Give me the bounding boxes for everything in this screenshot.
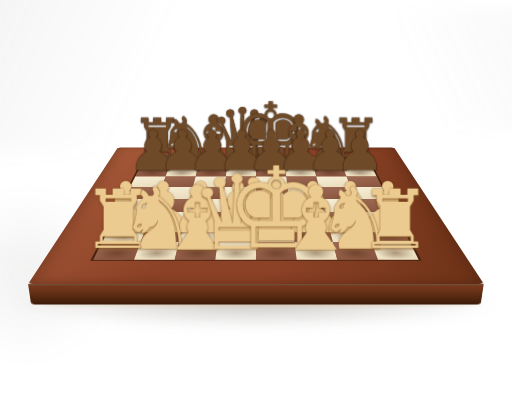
- chess-set-photo: ♜♞♝♛♚♝♞♜♟♟♟♟♟♟♟♟♟♟♟♟♟♟♟♟♜♞♝♛♚♝♞♜: [0, 0, 512, 414]
- square-h1[interactable]: ♜: [371, 242, 418, 260]
- board-front-edge: [28, 284, 484, 305]
- chess-board: ♜♞♝♛♚♝♞♜♟♟♟♟♟♟♟♟♟♟♟♟♟♟♟♟♜♞♝♛♚♝♞♜: [28, 147, 484, 284]
- board-squares: ♜♞♝♛♚♝♞♜♟♟♟♟♟♟♟♟♟♟♟♟♟♟♟♟♜♞♝♛♚♝♞♜: [90, 157, 421, 261]
- white-rook[interactable]: ♜: [358, 180, 431, 261]
